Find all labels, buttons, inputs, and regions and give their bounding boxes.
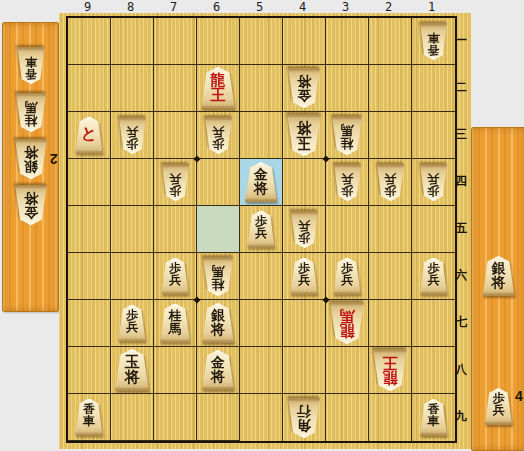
square-73[interactable]: [154, 112, 197, 159]
piece-gote-gold[interactable]: 金将: [287, 68, 321, 108]
square-41[interactable]: [283, 18, 326, 65]
square-81[interactable]: [111, 18, 154, 65]
board-grid: 香車龍王金将と歩兵歩兵玉将桂馬歩兵金将歩兵歩兵歩兵歩兵歩兵歩兵桂馬歩兵歩兵歩兵歩…: [66, 16, 457, 443]
file-label-3: 3: [342, 0, 349, 14]
rank-label-9: 九: [455, 407, 467, 424]
square-57[interactable]: [240, 300, 283, 347]
piece-sente-pawn[interactable]: 歩兵: [419, 258, 448, 295]
file-label-9: 9: [84, 0, 91, 14]
square-39[interactable]: [326, 394, 369, 441]
piece-sente-pawn[interactable]: 歩兵: [118, 305, 147, 342]
square-84[interactable]: [111, 159, 154, 206]
rank-label-7: 七: [455, 313, 467, 330]
piece-gote-king[interactable]: 玉将: [286, 114, 322, 156]
square-17[interactable]: [412, 300, 455, 347]
square-85[interactable]: [111, 206, 154, 253]
piece-gote-pawn[interactable]: 歩兵: [161, 164, 190, 201]
square-56[interactable]: [240, 253, 283, 300]
square-42[interactable]: 金将: [283, 65, 326, 112]
piece-sente-tokin[interactable]: と: [75, 117, 104, 154]
square-94[interactable]: [68, 159, 111, 206]
file-label-5: 5: [256, 0, 263, 14]
square-54[interactable]: 金将: [240, 159, 283, 206]
piece-gote-lance[interactable]: 香車: [419, 23, 448, 60]
square-32[interactable]: [326, 65, 369, 112]
sente-hand-silver[interactable]: 銀将: [482, 256, 516, 296]
captured-count: 2: [50, 151, 58, 167]
square-71[interactable]: [154, 18, 197, 65]
square-65[interactable]: [197, 206, 240, 253]
gote-hand-silver[interactable]: 銀将2: [14, 139, 48, 179]
rank-label-4: 四: [455, 172, 467, 189]
square-23[interactable]: [369, 112, 412, 159]
sente-captured-pieces-stand: 銀将歩兵4: [471, 127, 524, 451]
piece-sente-pawn[interactable]: 歩兵: [333, 258, 362, 295]
square-11[interactable]: 香車: [412, 18, 455, 65]
square-86[interactable]: [111, 253, 154, 300]
square-29[interactable]: [369, 394, 412, 441]
square-25[interactable]: [369, 206, 412, 253]
square-15[interactable]: [412, 206, 455, 253]
square-66[interactable]: 桂馬: [197, 253, 240, 300]
square-26[interactable]: [369, 253, 412, 300]
square-63[interactable]: 歩兵: [197, 112, 240, 159]
square-77[interactable]: 桂馬: [154, 300, 197, 347]
square-19[interactable]: 香車: [412, 394, 455, 441]
square-18[interactable]: [412, 347, 455, 394]
square-28[interactable]: 龍王: [369, 347, 412, 394]
square-79[interactable]: [154, 394, 197, 441]
square-38[interactable]: [326, 347, 369, 394]
file-label-4: 4: [299, 0, 306, 14]
square-31[interactable]: [326, 18, 369, 65]
piece-sente-king[interactable]: 玉将: [114, 349, 150, 391]
square-83[interactable]: 歩兵: [111, 112, 154, 159]
rank-label-6: 六: [455, 266, 467, 283]
gote-captured-pieces-stand: 香車桂馬銀将2金将: [2, 22, 59, 312]
square-82[interactable]: [111, 65, 154, 112]
square-78[interactable]: [154, 347, 197, 394]
square-12[interactable]: [412, 65, 455, 112]
square-88[interactable]: 玉将: [111, 347, 154, 394]
square-61[interactable]: [197, 18, 240, 65]
shogi-app: 香車桂馬銀将2金将 香車龍王金将と歩兵歩兵玉将桂馬歩兵金将歩兵歩兵歩兵歩兵歩兵歩…: [0, 0, 524, 451]
square-91[interactable]: [68, 18, 111, 65]
square-16[interactable]: 歩兵: [412, 253, 455, 300]
piece-gote-knight[interactable]: 桂馬: [331, 116, 363, 155]
square-22[interactable]: [369, 65, 412, 112]
square-98[interactable]: [68, 347, 111, 394]
piece-gote-pawn[interactable]: 歩兵: [118, 117, 147, 154]
square-45[interactable]: 歩兵: [283, 206, 326, 253]
square-92[interactable]: [68, 65, 111, 112]
piece-sente-silver[interactable]: 銀将: [201, 303, 235, 343]
sente-hand-pawn[interactable]: 歩兵4: [484, 388, 513, 425]
square-59[interactable]: [240, 394, 283, 441]
rank-label-1: 一: [455, 31, 467, 48]
square-36[interactable]: 歩兵: [326, 253, 369, 300]
gote-hand-knight[interactable]: 桂馬: [15, 93, 47, 132]
rank-label-5: 五: [455, 219, 467, 236]
square-93[interactable]: と: [68, 112, 111, 159]
piece-gote-horse[interactable]: 龍馬: [329, 302, 365, 344]
rank-label-3: 三: [455, 125, 467, 142]
square-76[interactable]: 歩兵: [154, 253, 197, 300]
square-47[interactable]: [283, 300, 326, 347]
piece-sente-pawn[interactable]: 歩兵: [484, 388, 513, 425]
piece-sente-dragon[interactable]: 龍王: [200, 67, 236, 109]
piece-sente-silver[interactable]: 銀将: [482, 256, 516, 296]
piece-sente-pawn[interactable]: 歩兵: [290, 258, 319, 295]
square-37[interactable]: 龍馬: [326, 300, 369, 347]
square-96[interactable]: [68, 253, 111, 300]
file-label-2: 2: [385, 0, 392, 14]
piece-sente-pawn[interactable]: 歩兵: [161, 258, 190, 295]
square-46[interactable]: 歩兵: [283, 253, 326, 300]
square-49[interactable]: 角行: [283, 394, 326, 441]
square-95[interactable]: [68, 206, 111, 253]
square-43[interactable]: 玉将: [283, 112, 326, 159]
square-99[interactable]: 香車: [68, 394, 111, 441]
square-51[interactable]: [240, 18, 283, 65]
piece-sente-pawn[interactable]: 歩兵: [247, 211, 276, 248]
square-14[interactable]: 歩兵: [412, 159, 455, 206]
square-34[interactable]: 歩兵: [326, 159, 369, 206]
captured-count: 4: [515, 388, 523, 404]
file-label-1: 1: [428, 0, 435, 14]
rank-label-2: 二: [455, 78, 467, 95]
square-75[interactable]: [154, 206, 197, 253]
square-44[interactable]: [283, 159, 326, 206]
piece-gote-pawn[interactable]: 歩兵: [290, 211, 319, 248]
piece-gote-silver[interactable]: 銀将: [14, 139, 48, 179]
square-53[interactable]: [240, 112, 283, 159]
square-72[interactable]: [154, 65, 197, 112]
gote-hand-lance[interactable]: 香車: [16, 47, 45, 84]
piece-gote-lance[interactable]: 香車: [16, 47, 45, 84]
piece-gote-knight[interactable]: 桂馬: [15, 93, 47, 132]
square-67[interactable]: 銀将: [197, 300, 240, 347]
square-89[interactable]: [111, 394, 154, 441]
piece-sente-knight[interactable]: 桂馬: [159, 304, 191, 343]
square-13[interactable]: [412, 112, 455, 159]
square-27[interactable]: [369, 300, 412, 347]
square-35[interactable]: [326, 206, 369, 253]
piece-sente-lance[interactable]: 香車: [419, 399, 448, 436]
square-97[interactable]: [68, 300, 111, 347]
square-69[interactable]: [197, 394, 240, 441]
piece-gote-gold[interactable]: 金将: [14, 185, 48, 225]
square-87[interactable]: 歩兵: [111, 300, 154, 347]
piece-gote-pawn[interactable]: 歩兵: [204, 117, 233, 154]
square-58[interactable]: [240, 347, 283, 394]
piece-sente-lance[interactable]: 香車: [75, 399, 104, 436]
square-21[interactable]: [369, 18, 412, 65]
piece-gote-bishop[interactable]: 角行: [287, 398, 321, 438]
piece-gote-pawn[interactable]: 歩兵: [419, 164, 448, 201]
square-24[interactable]: 歩兵: [369, 159, 412, 206]
square-48[interactable]: [283, 347, 326, 394]
square-33[interactable]: 桂馬: [326, 112, 369, 159]
square-55[interactable]: 歩兵: [240, 206, 283, 253]
square-52[interactable]: [240, 65, 283, 112]
piece-gote-pawn[interactable]: 歩兵: [333, 164, 362, 201]
file-label-7: 7: [170, 0, 177, 14]
piece-gote-knight[interactable]: 桂馬: [202, 257, 234, 296]
file-label-6: 6: [213, 0, 220, 14]
square-74[interactable]: 歩兵: [154, 159, 197, 206]
board-panel: 香車龍王金将と歩兵歩兵玉将桂馬歩兵金将歩兵歩兵歩兵歩兵歩兵歩兵桂馬歩兵歩兵歩兵歩…: [59, 13, 471, 449]
square-64[interactable]: [197, 159, 240, 206]
piece-sente-gold[interactable]: 金将: [244, 162, 278, 202]
rank-label-8: 八: [455, 360, 467, 377]
piece-gote-dragon[interactable]: 龍王: [372, 349, 408, 391]
gote-hand-gold[interactable]: 金将: [14, 185, 48, 225]
square-62[interactable]: 龍王: [197, 65, 240, 112]
piece-sente-gold[interactable]: 金将: [201, 350, 235, 390]
piece-gote-pawn[interactable]: 歩兵: [376, 164, 405, 201]
file-label-8: 8: [127, 0, 134, 14]
square-68[interactable]: 金将: [197, 347, 240, 394]
